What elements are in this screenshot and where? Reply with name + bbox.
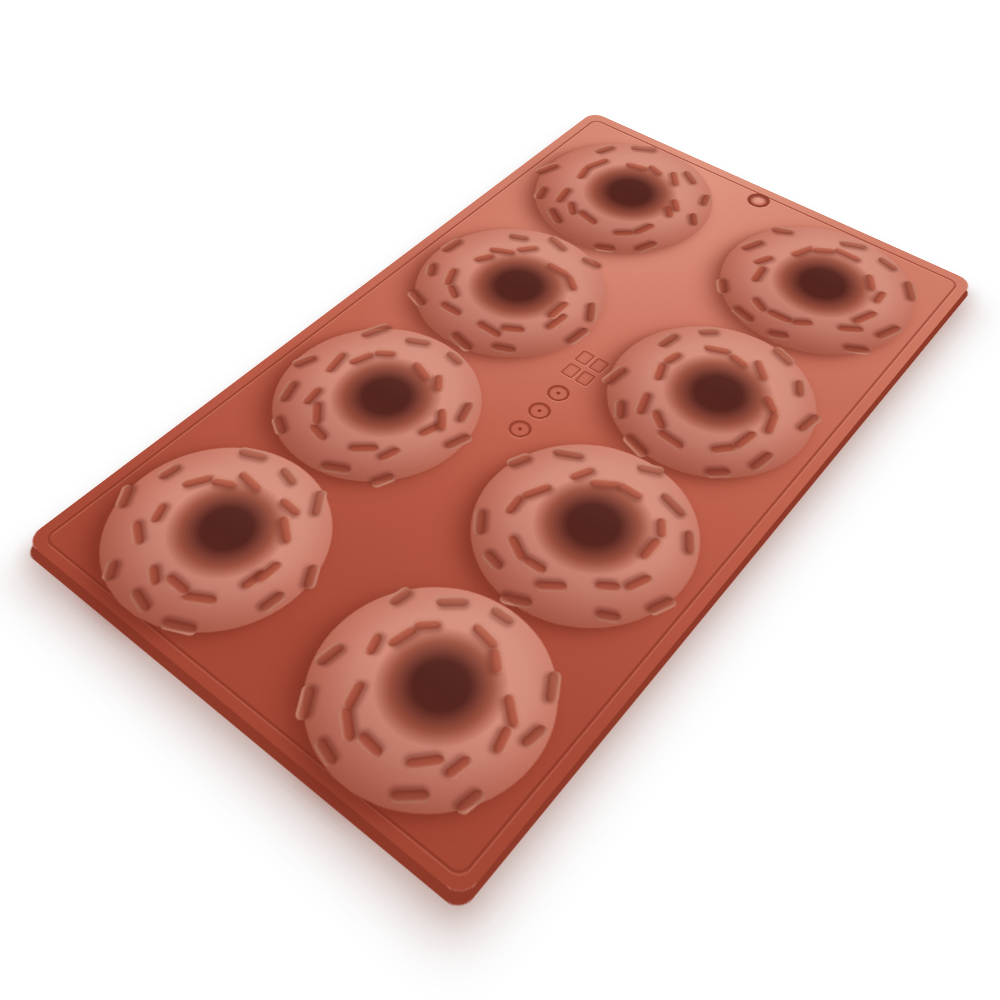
sprinkle-bump bbox=[703, 342, 732, 354]
sprinkle-bump bbox=[322, 350, 348, 373]
sprinkle-bump bbox=[236, 469, 265, 494]
sprinkle-bump bbox=[411, 360, 435, 381]
sprinkle-bump bbox=[613, 400, 625, 420]
sprinkle-bump bbox=[310, 490, 327, 517]
sprinkle-bump bbox=[704, 468, 732, 478]
sprinkle-bump bbox=[405, 754, 446, 772]
sprinkle-bump bbox=[748, 297, 768, 313]
sprinkle-bump bbox=[520, 556, 549, 577]
sprinkle-bump bbox=[434, 375, 445, 392]
sprinkle-bump bbox=[438, 409, 449, 432]
sprinkle-bump bbox=[374, 348, 397, 356]
sprinkle-bump bbox=[589, 477, 624, 489]
certification-circle-icon bbox=[504, 417, 537, 441]
sprinkle-bump bbox=[545, 208, 563, 225]
sprinkle-bump bbox=[671, 199, 683, 212]
sprinkle-bump bbox=[727, 352, 752, 369]
sprinkle-bump bbox=[515, 244, 539, 253]
sprinkle-bump bbox=[442, 753, 475, 782]
certification-circle-icon bbox=[542, 382, 574, 405]
sprinkle-bump bbox=[162, 572, 192, 597]
sprinkle-bump bbox=[544, 313, 571, 332]
sprinkle-bump bbox=[648, 410, 666, 431]
sprinkle-bump bbox=[276, 379, 300, 403]
sprinkle-bump bbox=[684, 530, 697, 555]
sprinkle-bump bbox=[473, 320, 503, 339]
sprinkle-bump bbox=[306, 423, 329, 443]
silicone-donut-mold bbox=[25, 112, 973, 900]
sprinkle-bump bbox=[319, 462, 353, 475]
sprinkle-bump bbox=[545, 300, 571, 320]
sprinkle-bump bbox=[490, 647, 507, 674]
sprinkle-bump bbox=[716, 279, 728, 294]
sprinkle-bump bbox=[127, 587, 152, 615]
sprinkle-bump bbox=[709, 444, 737, 455]
sprinkle-bump bbox=[500, 493, 524, 516]
sprinkle-bump bbox=[489, 245, 517, 255]
sprinkle-bump bbox=[750, 253, 774, 265]
sprinkle-bump bbox=[633, 223, 658, 237]
sprinkle-bump bbox=[353, 730, 385, 761]
sprinkle-bump bbox=[551, 446, 585, 459]
sprinkle-bump bbox=[650, 361, 667, 382]
sprinkle-bump bbox=[472, 252, 495, 263]
sprinkle-bump bbox=[837, 326, 865, 334]
sprinkle-bump bbox=[791, 320, 814, 328]
sprinkle-bump bbox=[180, 472, 214, 489]
sprinkle-bump bbox=[390, 790, 431, 805]
sprinkle-bump bbox=[210, 476, 239, 489]
sprinkle-bump bbox=[499, 325, 525, 334]
sprinkle-bump bbox=[625, 161, 649, 171]
sprinkle-bump bbox=[654, 429, 686, 452]
sprinkle-bump bbox=[444, 285, 460, 300]
sprinkle-bump bbox=[504, 535, 527, 564]
sprinkle-bump bbox=[595, 582, 621, 594]
sprinkle-bump bbox=[376, 447, 403, 465]
sprinkle-bump bbox=[404, 335, 432, 346]
sprinkle-bump bbox=[865, 274, 879, 291]
sprinkle-bump bbox=[699, 194, 712, 207]
sprinkle-bump bbox=[839, 239, 868, 250]
sprinkle-bump bbox=[670, 172, 682, 187]
sprinkle-bump bbox=[811, 246, 835, 254]
sprinkle-bump bbox=[565, 274, 581, 291]
sprinkle-bump bbox=[442, 267, 459, 285]
sprinkle-bump bbox=[179, 591, 219, 606]
sprinkle-bump bbox=[101, 559, 120, 581]
sprinkle-bump bbox=[613, 231, 635, 237]
sprinkle-bump bbox=[551, 186, 571, 203]
molded-character-bump bbox=[588, 358, 610, 374]
sprinkle-bump bbox=[648, 164, 667, 176]
sprinkle-bump bbox=[851, 310, 881, 326]
sprinkle-bump bbox=[479, 549, 505, 573]
sprinkle-bump bbox=[278, 495, 305, 517]
sprinkle-bump bbox=[519, 481, 554, 500]
sprinkle-bump bbox=[754, 360, 773, 382]
product-photo bbox=[0, 0, 1000, 1000]
sprinkle-bump bbox=[697, 328, 720, 336]
sprinkle-bump bbox=[310, 401, 322, 425]
sprinkle-bump bbox=[763, 411, 782, 436]
sprinkle-bump bbox=[666, 205, 677, 217]
sprinkle-bump bbox=[575, 210, 599, 226]
sprinkle-bump bbox=[565, 201, 577, 215]
sprinkle-bump bbox=[748, 265, 768, 284]
sprinkle-bump bbox=[872, 290, 890, 305]
sprinkle-bump bbox=[632, 391, 652, 416]
sprinkle-bump bbox=[414, 618, 442, 630]
sprinkle-bump bbox=[384, 623, 419, 649]
sprinkle-bump bbox=[788, 244, 816, 258]
sprinkle-bump bbox=[574, 165, 591, 179]
sprinkle-bump bbox=[833, 246, 863, 263]
sprinkle-bump bbox=[502, 693, 522, 729]
sprinkle-bump bbox=[546, 261, 574, 278]
sprinkle-bump bbox=[533, 186, 548, 200]
sprinkle-bump bbox=[255, 560, 287, 586]
sprinkle-bump bbox=[456, 401, 477, 424]
sprinkle-bump bbox=[279, 515, 295, 545]
sprinkle-bump bbox=[472, 508, 486, 534]
sprinkle-bump bbox=[772, 226, 794, 235]
sprinkle-bump bbox=[622, 574, 655, 595]
sprinkle-bump bbox=[796, 380, 808, 398]
sprinkle-bump bbox=[657, 517, 669, 538]
sprinkle-bump bbox=[360, 631, 383, 657]
sprinkle-bump bbox=[436, 596, 469, 607]
sprinkle-bump bbox=[655, 331, 681, 348]
sprinkle-bump bbox=[586, 302, 598, 323]
sprinkle-bump bbox=[490, 343, 517, 354]
sprinkle-bump bbox=[339, 678, 366, 710]
sprinkle-bump bbox=[146, 563, 160, 586]
sprinkle-bump bbox=[338, 705, 356, 743]
sprinkle-bump bbox=[312, 736, 339, 769]
sprinkle-bump bbox=[583, 157, 610, 170]
sprinkle-bump bbox=[594, 610, 622, 625]
sprinkle-bump bbox=[683, 170, 701, 185]
sprinkle-bump bbox=[731, 430, 760, 452]
sprinkle-bump bbox=[130, 520, 145, 547]
sprinkle-bump bbox=[535, 581, 568, 593]
sprinkle-bump bbox=[616, 479, 647, 501]
sprinkle-bump bbox=[763, 395, 782, 415]
sprinkle-bump bbox=[508, 232, 531, 241]
sprinkle-bump bbox=[593, 144, 616, 154]
sprinkle-bump bbox=[639, 536, 666, 562]
sprinkle-bump bbox=[146, 501, 168, 523]
sprinkle-bump bbox=[239, 568, 270, 593]
sprinkle-bump bbox=[566, 464, 596, 481]
sprinkle-bump bbox=[424, 263, 436, 277]
sprinkle-bump bbox=[436, 301, 462, 317]
sprinkle-bump bbox=[491, 725, 517, 758]
sprinkle-bump bbox=[519, 722, 551, 751]
sprinkle-bump bbox=[470, 620, 502, 650]
sprinkle-bump bbox=[299, 385, 323, 405]
sprinkle-bump bbox=[689, 213, 700, 226]
sprinkle-bump bbox=[347, 445, 379, 454]
sprinkle-bump bbox=[347, 350, 376, 366]
sprinkle-bump bbox=[278, 465, 301, 487]
sprinkle-bump bbox=[765, 309, 794, 325]
sprinkle-bump bbox=[417, 420, 448, 439]
sprinkle-bump bbox=[660, 350, 683, 365]
certification-circle-icon bbox=[523, 399, 555, 423]
sprinkle-bump bbox=[767, 330, 790, 341]
